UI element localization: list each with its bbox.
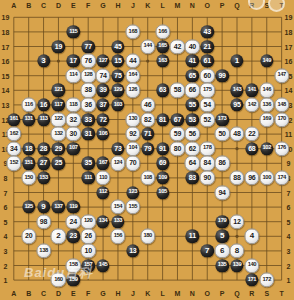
move-number: 121	[54, 87, 62, 93]
move-number: 15	[114, 58, 121, 65]
move-number: 150	[24, 175, 32, 181]
move-number: 84	[204, 160, 211, 167]
move-number: 151	[24, 160, 32, 166]
move-number: 174	[277, 175, 285, 181]
row-label-left: 19	[2, 14, 10, 21]
move-number: 68	[248, 145, 255, 152]
move-number: 96	[248, 174, 255, 181]
move-number: 24	[70, 218, 77, 225]
move-number: 44	[129, 58, 136, 65]
move-number: 10	[84, 247, 91, 254]
move-number: 29	[55, 145, 62, 152]
move-number: 53	[189, 116, 196, 123]
row-label-right: 4	[287, 233, 291, 240]
move-number: 83	[189, 174, 196, 181]
move-number: 35	[84, 160, 91, 167]
row-label-right: 14	[285, 87, 293, 94]
move-number: 73	[114, 145, 121, 152]
move-number: 178	[203, 146, 211, 152]
move-number: 61	[204, 58, 211, 65]
row-label-left: 14	[2, 87, 10, 94]
move-number: 55	[189, 101, 196, 108]
move-number: 8	[235, 247, 239, 255]
move-number: 160	[54, 277, 62, 283]
row-label-left: 13	[2, 101, 10, 108]
col-label-bottom: R	[249, 290, 254, 297]
move-number: 18	[25, 145, 32, 152]
move-number: 176	[277, 146, 285, 152]
col-label-bottom: B	[26, 290, 31, 297]
col-label-top: K	[145, 1, 150, 8]
move-number: 125	[24, 204, 32, 210]
move-number: 133	[114, 219, 122, 225]
move-number: 132	[54, 131, 62, 137]
move-number: 80	[174, 145, 181, 152]
move-number: 168	[129, 29, 137, 35]
move-number: 9	[41, 203, 45, 211]
move-number: 179	[218, 219, 226, 225]
move-number: 103	[114, 102, 122, 108]
move-number: 72	[99, 116, 106, 123]
move-number: 106	[99, 131, 107, 137]
move-number: 21	[204, 43, 211, 50]
move-number: 169	[263, 117, 271, 123]
move-number: 39	[99, 87, 106, 94]
move-number: 28	[40, 145, 47, 152]
move-number: 154	[114, 204, 122, 210]
move-number: 137	[54, 204, 62, 210]
move-number: 11	[189, 233, 196, 240]
move-number: 63	[159, 87, 166, 94]
move-number: 41	[189, 58, 196, 65]
move-number: 59	[174, 131, 181, 138]
col-label-top: J	[131, 1, 135, 8]
move-number: 175	[203, 87, 211, 93]
move-number: 25	[55, 160, 62, 167]
move-number: 22	[248, 131, 255, 138]
move-number: 104	[129, 146, 137, 152]
move-number: 152	[10, 160, 18, 166]
move-number: 62	[189, 145, 196, 152]
col-label-top: F	[86, 1, 90, 8]
col-label-bottom: O	[205, 290, 210, 297]
move-number: 143	[233, 87, 241, 93]
row-label-left: 17	[2, 43, 10, 50]
move-number: 126	[129, 87, 137, 93]
move-number: 50	[218, 131, 225, 138]
col-label-top: C	[41, 1, 46, 8]
move-number: 37	[99, 101, 106, 108]
move-number: 107	[69, 146, 77, 152]
move-number: 148	[277, 102, 285, 108]
row-label-right: 11	[285, 131, 292, 138]
col-label-bottom: S	[264, 290, 269, 297]
col-label-bottom: A	[11, 290, 16, 297]
col-label-top: H	[115, 1, 120, 8]
move-number: 173	[218, 117, 226, 123]
col-label-top: N	[190, 1, 195, 8]
move-number: 56	[189, 131, 196, 138]
move-number: 65	[189, 72, 196, 79]
move-number: 98	[40, 218, 47, 225]
move-number: 136	[263, 102, 271, 108]
move-number: 12	[233, 218, 240, 225]
col-label-bottom: Q	[234, 290, 239, 297]
move-number: 145	[99, 263, 107, 269]
row-label-right: 2	[287, 262, 291, 269]
move-number: 42	[174, 43, 181, 50]
move-number: 128	[84, 73, 92, 79]
move-number: 64	[189, 160, 196, 167]
move-number: 74	[99, 72, 106, 79]
row-label-right: 6	[287, 204, 291, 211]
move-number: 43	[204, 28, 211, 35]
row-label-right: 19	[285, 14, 293, 21]
move-number: 115	[69, 29, 77, 35]
move-number: 48	[233, 131, 240, 138]
row-label-left: 5	[4, 218, 8, 225]
row-label-right: 18	[285, 28, 293, 35]
move-number: 123	[129, 190, 137, 196]
move-number: 46	[144, 101, 151, 108]
col-label-top: O	[205, 1, 210, 8]
move-number: 140	[248, 263, 256, 269]
move-number: 95	[233, 101, 240, 108]
move-number: 166	[158, 29, 166, 35]
col-label-bottom: G	[100, 290, 105, 297]
move-number: 81	[159, 116, 166, 123]
move-number: 5	[220, 232, 224, 240]
col-label-bottom: C	[41, 290, 46, 297]
move-number: 131	[24, 117, 32, 123]
move-number: 76	[84, 58, 91, 65]
move-number: 159	[69, 277, 77, 283]
move-number: 20	[25, 233, 32, 240]
row-label-left: 6	[4, 204, 8, 211]
move-number: 4	[250, 232, 254, 240]
move-number: 19	[55, 43, 62, 50]
move-number: 167	[99, 160, 107, 166]
move-number: 91	[159, 145, 166, 152]
row-label-left: 2	[4, 262, 8, 269]
move-number: 94	[218, 189, 225, 196]
go-board: AABBCCDDEEFFGGHHJJKKLLMMNNOOPPQQRRSSTT19…	[0, 0, 294, 300]
col-label-bottom: D	[56, 290, 61, 297]
move-number: 124	[114, 160, 122, 166]
move-number: 114	[69, 73, 77, 79]
move-number: 110	[99, 175, 107, 181]
move-number: 34	[10, 145, 17, 152]
col-label-bottom: K	[145, 290, 150, 297]
move-number: 172	[263, 277, 271, 283]
row-label-right: 5	[287, 218, 291, 225]
move-number: 109	[158, 175, 166, 181]
move-number: 13	[129, 247, 136, 254]
move-number: 170	[277, 117, 285, 123]
col-label-bottom: T	[279, 290, 283, 297]
move-number: 156	[114, 233, 122, 239]
move-number: 1	[235, 57, 239, 65]
move-number: 79	[144, 145, 151, 152]
move-number: 54	[204, 101, 211, 108]
move-number: 86	[218, 160, 225, 167]
col-label-top: E	[71, 1, 76, 8]
move-number: 105	[158, 190, 166, 196]
move-number: 127	[99, 58, 107, 64]
move-number: 75	[114, 72, 121, 79]
move-number: 52	[204, 116, 211, 123]
move-number: 3	[41, 57, 45, 65]
move-number: 118	[69, 102, 77, 108]
move-number: 38	[84, 87, 91, 94]
move-number: 161	[10, 117, 18, 123]
move-number: 32	[70, 116, 77, 123]
move-number: 26	[84, 233, 91, 240]
move-number: 142	[248, 102, 256, 108]
move-number: 129	[114, 87, 122, 93]
row-label-right: 16	[285, 58, 293, 65]
move-number: 171	[248, 277, 256, 283]
move-number: 71	[144, 131, 151, 138]
col-label-top: L	[160, 1, 164, 8]
move-number: 82	[144, 116, 151, 123]
move-number: 36	[84, 101, 91, 108]
row-label-left: 3	[4, 247, 8, 254]
col-label-top: G	[100, 1, 105, 8]
move-number: 147	[277, 73, 285, 79]
move-number: 149	[263, 58, 271, 64]
move-number: 165	[158, 44, 166, 50]
row-label-left: 15	[2, 72, 10, 79]
move-number: 40	[189, 43, 196, 50]
move-number: 134	[99, 219, 107, 225]
row-label-right: 1	[287, 277, 291, 284]
move-number: 144	[143, 44, 151, 50]
move-number: 77	[84, 43, 91, 50]
col-label-bottom: N	[190, 290, 195, 297]
move-number: 164	[129, 73, 137, 79]
move-number: 17	[70, 58, 77, 65]
row-label-left: 4	[4, 233, 8, 240]
row-label-left: 1	[4, 277, 8, 284]
move-number: 88	[233, 174, 240, 181]
move-number: 120	[84, 219, 92, 225]
move-number: 31	[84, 131, 91, 138]
move-number: 6	[220, 247, 224, 255]
col-label-top: Q	[234, 1, 239, 8]
col-label-bottom: P	[220, 290, 225, 297]
move-number: 112	[99, 190, 107, 196]
move-number: 7	[205, 247, 209, 255]
move-number: 23	[70, 233, 77, 240]
move-number: 60	[204, 72, 211, 79]
move-number: 116	[25, 102, 33, 108]
row-label-left: 18	[2, 28, 10, 35]
move-number: 67	[174, 116, 181, 123]
move-number: 100	[263, 175, 271, 181]
move-number: 157	[84, 263, 92, 269]
col-label-bottom: H	[115, 290, 120, 297]
col-label-bottom: J	[131, 290, 135, 297]
move-number: 108	[143, 175, 151, 181]
move-number: 146	[263, 87, 271, 93]
move-number: 30	[70, 131, 77, 138]
col-label-top: P	[220, 1, 225, 8]
row-label-right: 3	[287, 247, 291, 254]
move-number: 155	[129, 204, 137, 210]
move-number: 162	[10, 131, 18, 137]
move-number: 163	[158, 58, 166, 64]
move-number: 102	[263, 146, 271, 152]
move-number: 138	[39, 248, 47, 254]
col-label-bottom: F	[86, 290, 90, 297]
move-number: 92	[129, 131, 136, 138]
move-number: 158	[69, 263, 77, 269]
move-number: 58	[174, 87, 181, 94]
col-label-bottom: L	[160, 290, 164, 297]
col-label-bottom: M	[175, 290, 181, 297]
go-game-diagram: AABBCCDDEEFFGGHHJJKKLLMMNNOOPPQQRRSSTT19…	[0, 0, 294, 300]
move-number: 135	[218, 263, 226, 269]
col-label-bottom: E	[71, 290, 76, 297]
col-label-top: A	[11, 1, 16, 8]
move-number: 99	[218, 72, 225, 79]
move-number: 70	[129, 160, 136, 167]
col-label-top: B	[26, 1, 31, 8]
row-label-right: 7	[287, 189, 291, 196]
col-label-top: M	[175, 1, 181, 8]
move-number: 45	[114, 43, 121, 50]
move-number: 33	[84, 116, 91, 123]
move-number: 141	[248, 87, 256, 93]
row-label-right: 9	[287, 160, 291, 167]
row-label-left: 7	[4, 189, 8, 196]
move-number: 111	[84, 175, 92, 181]
row-label-right: 17	[285, 43, 293, 50]
col-label-top: D	[56, 1, 61, 8]
move-number: 153	[39, 175, 47, 181]
row-label-left: 8	[4, 174, 8, 181]
move-number: 119	[69, 204, 77, 210]
move-number: 90	[204, 174, 211, 181]
move-number: 27	[40, 160, 47, 167]
row-label-left: 16	[2, 58, 10, 65]
move-number: 69	[159, 160, 166, 167]
move-number: 139	[233, 263, 241, 269]
move-number: 180	[143, 233, 151, 239]
move-number: 122	[54, 117, 62, 123]
move-number: 66	[189, 87, 196, 94]
move-number: 117	[54, 102, 62, 108]
move-number: 2	[56, 232, 60, 240]
move-number: 130	[129, 117, 137, 123]
move-number: 113	[39, 117, 47, 123]
move-number: 16	[40, 101, 47, 108]
